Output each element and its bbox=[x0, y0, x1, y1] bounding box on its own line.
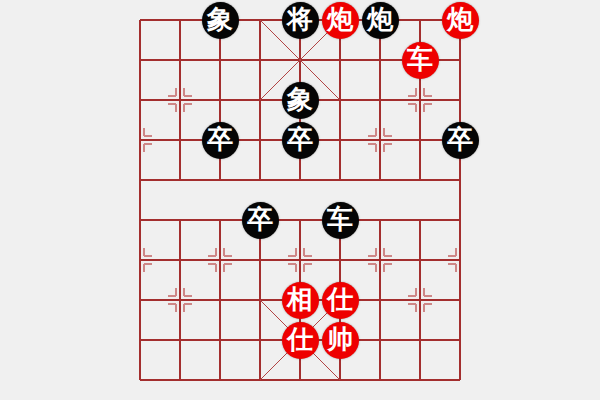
piece-glyph: 炮 bbox=[367, 6, 393, 32]
piece-red-advisor[interactable]: 仕 bbox=[282, 322, 319, 359]
piece-glyph: 仕 bbox=[287, 326, 313, 352]
piece-glyph: 帅 bbox=[327, 326, 353, 352]
piece-red-chariot[interactable]: 车 bbox=[402, 42, 439, 79]
piece-black-cannon[interactable]: 炮 bbox=[362, 2, 399, 39]
piece-black-elephant[interactable]: 象 bbox=[202, 2, 239, 39]
piece-red-advisor[interactable]: 仕 bbox=[322, 282, 359, 319]
piece-glyph: 炮 bbox=[447, 6, 473, 32]
xiangqi-board: 象将炮炮炮车象卒卒卒卒车相仕仕帅 bbox=[120, 0, 480, 400]
piece-black-soldier[interactable]: 卒 bbox=[242, 202, 279, 239]
piece-glyph: 车 bbox=[327, 206, 353, 232]
piece-glyph: 仕 bbox=[327, 286, 353, 312]
piece-glyph: 卒 bbox=[247, 206, 273, 232]
piece-black-elephant[interactable]: 象 bbox=[282, 82, 319, 119]
piece-black-soldier[interactable]: 卒 bbox=[202, 122, 239, 159]
piece-glyph: 卒 bbox=[447, 126, 473, 152]
piece-glyph: 象 bbox=[287, 86, 313, 112]
piece-glyph: 将 bbox=[287, 6, 313, 32]
piece-glyph: 炮 bbox=[327, 6, 353, 32]
piece-glyph: 象 bbox=[207, 6, 233, 32]
piece-glyph: 相 bbox=[287, 286, 313, 312]
piece-black-chariot[interactable]: 车 bbox=[322, 202, 359, 239]
piece-glyph: 卒 bbox=[207, 126, 233, 152]
piece-black-soldier[interactable]: 卒 bbox=[282, 122, 319, 159]
piece-glyph: 卒 bbox=[287, 126, 313, 152]
piece-black-soldier[interactable]: 卒 bbox=[442, 122, 479, 159]
piece-red-cannon[interactable]: 炮 bbox=[442, 2, 479, 39]
piece-red-elephant[interactable]: 相 bbox=[282, 282, 319, 319]
piece-black-general[interactable]: 将 bbox=[282, 2, 319, 39]
piece-glyph: 车 bbox=[407, 46, 433, 72]
piece-red-cannon[interactable]: 炮 bbox=[322, 2, 359, 39]
page-canvas: 象将炮炮炮车象卒卒卒卒车相仕仕帅 bbox=[0, 0, 600, 400]
piece-red-general[interactable]: 帅 bbox=[322, 322, 359, 359]
